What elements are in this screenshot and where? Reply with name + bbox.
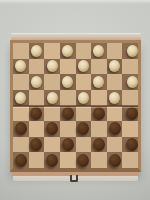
cream-piece[interactable]	[62, 45, 73, 57]
dark-piece[interactable]	[109, 154, 121, 167]
cream-piece[interactable]	[109, 92, 120, 104]
square-c2[interactable]	[44, 137, 60, 153]
square-e2[interactable]	[76, 137, 92, 153]
square-g8[interactable]	[107, 43, 123, 59]
square-h3[interactable]	[122, 121, 138, 137]
square-b6[interactable]	[29, 74, 45, 90]
square-g4[interactable]	[107, 106, 123, 122]
square-d6[interactable]	[60, 74, 76, 90]
cream-piece[interactable]	[62, 76, 73, 88]
cream-piece[interactable]	[15, 92, 26, 104]
board-clasp-latch[interactable]	[70, 175, 78, 182]
dark-piece[interactable]	[126, 138, 138, 151]
dark-piece[interactable]	[15, 154, 27, 167]
square-d3[interactable]	[60, 121, 76, 137]
dark-piece[interactable]	[30, 107, 42, 120]
chess-checkers-board	[10, 40, 141, 172]
square-a7[interactable]	[13, 59, 29, 75]
square-e7[interactable]	[76, 59, 92, 75]
dark-piece[interactable]	[46, 154, 58, 167]
cream-piece[interactable]	[93, 45, 104, 57]
dark-piece[interactable]	[62, 138, 74, 151]
square-h5[interactable]	[122, 90, 138, 106]
square-h8[interactable]	[122, 43, 138, 59]
dark-piece[interactable]	[30, 138, 42, 151]
square-e8[interactable]	[76, 43, 92, 59]
square-e1[interactable]	[76, 152, 92, 168]
square-d4[interactable]	[60, 106, 76, 122]
square-b7[interactable]	[29, 59, 45, 75]
square-b1[interactable]	[29, 152, 45, 168]
square-a1[interactable]	[13, 152, 29, 168]
square-h4[interactable]	[122, 106, 138, 122]
cream-piece[interactable]	[78, 60, 89, 72]
square-f3[interactable]	[91, 121, 107, 137]
square-c7[interactable]	[44, 59, 60, 75]
dark-piece[interactable]	[126, 107, 138, 120]
square-h1[interactable]	[122, 152, 138, 168]
cream-piece[interactable]	[127, 76, 138, 88]
square-a4[interactable]	[13, 106, 29, 122]
square-f7[interactable]	[91, 59, 107, 75]
square-h7[interactable]	[122, 59, 138, 75]
square-c6[interactable]	[44, 74, 60, 90]
square-c4[interactable]	[44, 106, 60, 122]
square-f6[interactable]	[91, 74, 107, 90]
cream-piece[interactable]	[78, 92, 89, 104]
dark-piece[interactable]	[93, 107, 105, 120]
square-g5[interactable]	[107, 90, 123, 106]
square-e6[interactable]	[76, 74, 92, 90]
cream-piece[interactable]	[93, 76, 104, 88]
dark-piece[interactable]	[46, 122, 58, 135]
dark-piece[interactable]	[109, 122, 121, 135]
square-d5[interactable]	[60, 90, 76, 106]
square-f5[interactable]	[91, 90, 107, 106]
cream-piece[interactable]	[31, 76, 42, 88]
square-f2[interactable]	[91, 137, 107, 153]
square-h2[interactable]	[122, 137, 138, 153]
square-b4[interactable]	[29, 106, 45, 122]
dark-piece[interactable]	[77, 122, 89, 135]
square-d8[interactable]	[60, 43, 76, 59]
square-c5[interactable]	[44, 90, 60, 106]
square-g7[interactable]	[107, 59, 123, 75]
dark-piece[interactable]	[62, 107, 74, 120]
square-g2[interactable]	[107, 137, 123, 153]
square-a3[interactable]	[13, 121, 29, 137]
square-b2[interactable]	[29, 137, 45, 153]
square-h6[interactable]	[122, 74, 138, 90]
square-a8[interactable]	[13, 43, 29, 59]
square-c1[interactable]	[44, 152, 60, 168]
cream-piece[interactable]	[15, 60, 26, 72]
square-e4[interactable]	[76, 106, 92, 122]
square-f8[interactable]	[91, 43, 107, 59]
square-g6[interactable]	[107, 74, 123, 90]
square-c8[interactable]	[44, 43, 60, 59]
photo-backdrop	[0, 0, 150, 200]
square-a2[interactable]	[13, 137, 29, 153]
square-a5[interactable]	[13, 90, 29, 106]
square-g1[interactable]	[107, 152, 123, 168]
square-g3[interactable]	[107, 121, 123, 137]
square-d7[interactable]	[60, 59, 76, 75]
cream-piece[interactable]	[31, 45, 42, 57]
square-e3[interactable]	[76, 121, 92, 137]
cream-piece[interactable]	[127, 45, 138, 57]
board-grid	[13, 43, 138, 168]
square-b3[interactable]	[29, 121, 45, 137]
square-b5[interactable]	[29, 90, 45, 106]
square-d2[interactable]	[60, 137, 76, 153]
dark-piece[interactable]	[93, 138, 105, 151]
square-d1[interactable]	[60, 152, 76, 168]
dark-piece[interactable]	[15, 122, 27, 135]
square-a6[interactable]	[13, 74, 29, 90]
dark-piece[interactable]	[77, 154, 89, 167]
cream-piece[interactable]	[109, 60, 120, 72]
square-c3[interactable]	[44, 121, 60, 137]
square-f4[interactable]	[91, 106, 107, 122]
square-f1[interactable]	[91, 152, 107, 168]
square-b8[interactable]	[29, 43, 45, 59]
cream-piece[interactable]	[47, 60, 58, 72]
cream-piece[interactable]	[47, 92, 58, 104]
square-e5[interactable]	[76, 90, 92, 106]
